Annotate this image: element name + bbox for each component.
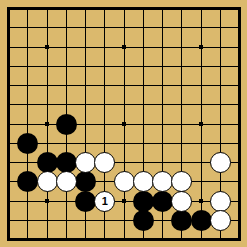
white-stone — [114, 171, 135, 192]
star-point — [199, 45, 203, 49]
grid-line-horizontal — [9, 143, 240, 144]
black-stone — [56, 114, 77, 135]
star-point — [199, 122, 203, 126]
black-stone — [133, 210, 154, 231]
black-stone — [171, 210, 192, 231]
star-point — [122, 122, 126, 126]
black-stone — [56, 152, 77, 173]
black-stone — [75, 191, 96, 212]
star-point — [45, 45, 49, 49]
star-point — [122, 199, 126, 203]
white-stone — [133, 171, 154, 192]
black-stone — [133, 191, 154, 212]
black-stone — [17, 133, 38, 154]
black-stone — [152, 191, 173, 212]
star-point — [45, 122, 49, 126]
white-stone — [171, 191, 192, 212]
black-stone — [191, 210, 212, 231]
black-stone — [37, 152, 58, 173]
star-point — [45, 199, 49, 203]
white-stone — [37, 171, 58, 192]
move-number-label: 1 — [102, 196, 108, 207]
white-stone-move-1: 1 — [94, 191, 115, 212]
white-stone — [210, 210, 231, 231]
white-stone — [210, 152, 231, 173]
white-stone — [75, 152, 96, 173]
star-point — [122, 45, 126, 49]
go-board-diagram: 1 — [0, 0, 247, 247]
star-point — [199, 199, 203, 203]
white-stone — [56, 171, 77, 192]
white-stone — [210, 191, 231, 212]
